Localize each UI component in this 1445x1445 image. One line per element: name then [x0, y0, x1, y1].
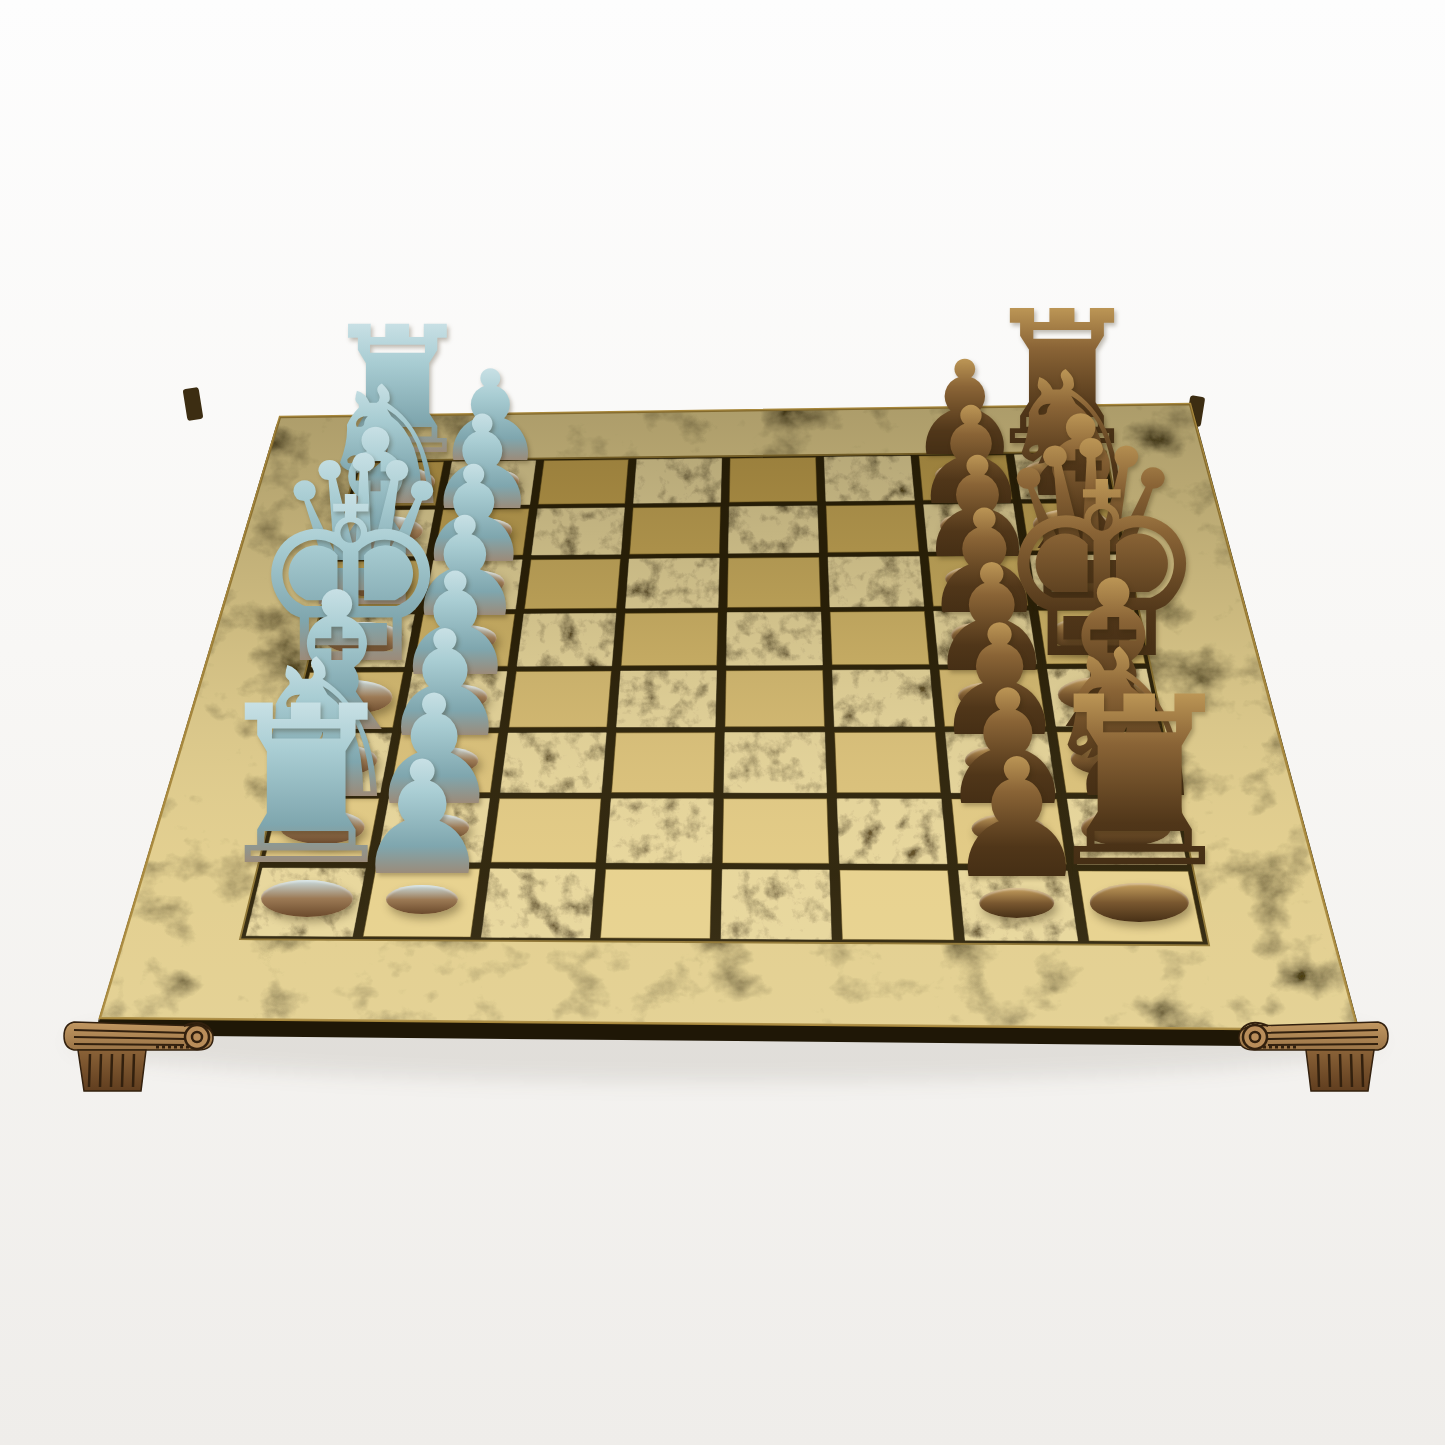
chess-set-photo: ♜♟♞♟♝♟♛♟♚♟♝♟♞♟♜♟♜♟♞♟♝♟♛♟♚♟♝♟♞♟♜♟ — [0, 0, 1445, 1445]
pieces-layer: ♜♟♞♟♝♟♛♟♚♟♝♟♞♟♜♟♜♟♞♟♝♟♛♟♚♟♝♟♞♟♜♟ — [0, 0, 1445, 1445]
piece-black-rook-h8[interactable]: ♜ — [993, 648, 1285, 922]
piece-glyph: ♟ — [352, 741, 493, 898]
piece-glyph: ♜ — [1035, 667, 1244, 900]
piece-white-pawn-h2[interactable]: ♟ — [324, 728, 520, 914]
